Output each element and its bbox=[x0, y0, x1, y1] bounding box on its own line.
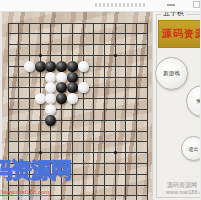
white-stone bbox=[45, 82, 56, 93]
black-stone bbox=[67, 72, 78, 83]
white-stone bbox=[78, 61, 89, 72]
white-stone bbox=[45, 104, 56, 115]
black-stone bbox=[45, 61, 56, 72]
watermark-big-text: 码资源网 bbox=[0, 156, 71, 184]
black-stone bbox=[56, 93, 67, 104]
window-corner-icon[interactable] bbox=[193, 1, 200, 8]
minimize-icon[interactable] bbox=[167, 4, 175, 6]
white-stone bbox=[56, 72, 67, 83]
black-stone bbox=[56, 61, 67, 72]
board-horizontal-line bbox=[8, 33, 148, 34]
gomoku-app-window: { "game": "gomoku (五子棋, five-in-a-row)",… bbox=[0, 0, 200, 200]
exit-button[interactable]: 退出 bbox=[181, 136, 200, 161]
board-horizontal-line bbox=[8, 131, 148, 132]
star-point bbox=[114, 54, 117, 57]
black-stone bbox=[67, 82, 78, 93]
board-horizontal-line bbox=[8, 120, 148, 121]
window-titlebar bbox=[0, 0, 200, 12]
star-point bbox=[39, 54, 42, 57]
board-horizontal-line bbox=[8, 185, 148, 186]
board-horizontal-line bbox=[8, 152, 148, 153]
white-stone bbox=[24, 61, 35, 72]
star-point bbox=[114, 151, 117, 154]
white-stone bbox=[35, 93, 46, 104]
board-horizontal-line bbox=[8, 55, 148, 56]
white-stone bbox=[78, 82, 89, 93]
titlebar-faint-text bbox=[95, 3, 147, 7]
board-horizontal-line bbox=[8, 44, 148, 45]
board-horizontal-line bbox=[8, 23, 148, 24]
white-stone bbox=[45, 93, 56, 104]
brand-banner: 源码资源 bbox=[158, 20, 200, 48]
board-horizontal-line bbox=[8, 195, 148, 196]
black-stone bbox=[45, 115, 56, 126]
white-stone bbox=[67, 93, 78, 104]
undo-button-label: 悔棋 bbox=[197, 98, 201, 105]
black-stone bbox=[56, 82, 67, 93]
board-horizontal-line bbox=[8, 109, 148, 110]
white-stone bbox=[45, 72, 56, 83]
exit-button-label: 退出 bbox=[189, 146, 199, 152]
new-game-button-label: 新游戏 bbox=[163, 70, 180, 77]
panel-footer-url: www.mat188.com bbox=[166, 189, 200, 195]
star-point bbox=[39, 151, 42, 154]
new-game-button[interactable]: 新游戏 bbox=[155, 57, 188, 90]
watermark-url-text: http://www.mat188.com bbox=[0, 189, 49, 195]
black-stone bbox=[35, 61, 46, 72]
board-horizontal-line bbox=[8, 141, 148, 142]
brand-banner-text: 源码资源 bbox=[159, 27, 200, 41]
black-stone bbox=[67, 61, 78, 72]
